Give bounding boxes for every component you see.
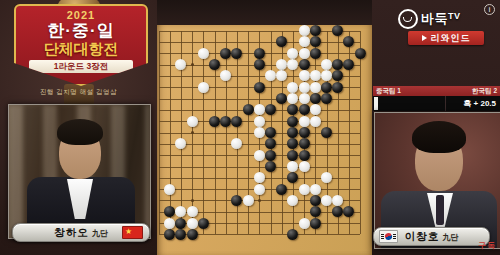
china-flag-icon: ★ (122, 226, 143, 239)
white-stone (164, 184, 175, 195)
korea-flag-icon (379, 230, 398, 243)
black-stone (265, 138, 276, 149)
info-icon[interactable]: i (484, 4, 495, 15)
white-stone (254, 184, 265, 195)
baduktv-logo-icon (398, 9, 418, 29)
black-stone (310, 48, 321, 59)
tournament-banner: 2021 한·중·일 단체대항전 1라운드 3장전 (14, 4, 148, 86)
black-stone (265, 127, 276, 138)
white-stone (310, 116, 321, 127)
black-stone (175, 229, 186, 240)
black-stone (299, 150, 310, 161)
broadcast-frame: 2021 한·중·일 단체대항전 1라운드 3장전 진행 김지명 해설 김영삼 … (0, 0, 500, 255)
player-left-figure (9, 105, 150, 238)
white-stone (287, 93, 298, 104)
white-stone (231, 138, 242, 149)
black-stone (299, 104, 310, 115)
white-stone (254, 127, 265, 138)
black-stone (254, 59, 265, 70)
black-stone (332, 82, 343, 93)
black-stone (355, 48, 366, 59)
grid-line (159, 42, 361, 43)
player-right-rank: 九단 (442, 232, 458, 243)
white-stone (276, 70, 287, 81)
banner-year: 2021 (16, 9, 146, 21)
black-stone (310, 218, 321, 229)
black-stone (164, 206, 175, 217)
black-stone (254, 48, 265, 59)
team-score-row: 중국팀 1 한국팀 2 (373, 86, 500, 96)
player-nameplate-left: 창하오 九단 ★ (12, 223, 150, 242)
black-stone (187, 229, 198, 240)
grid-line (159, 144, 361, 145)
studio-background-strip (157, 0, 372, 25)
white-stone (310, 82, 321, 93)
black-stone (299, 59, 310, 70)
black-stone (332, 59, 343, 70)
black-stone (209, 59, 220, 70)
black-stone (332, 206, 343, 217)
white-stone (187, 206, 198, 217)
white-stone (187, 116, 198, 127)
team-right-score: 2 (493, 87, 497, 94)
black-stone (287, 229, 298, 240)
ai-winrate-bar: 흑 + 20.5 (373, 96, 500, 111)
white-stone (299, 116, 310, 127)
white-stone (299, 70, 310, 81)
black-stone (287, 150, 298, 161)
white-stone (220, 70, 231, 81)
black-stone (343, 36, 354, 47)
white-stone (175, 59, 186, 70)
left-panel: 2021 한·중·일 단체대항전 1라운드 3장전 진행 김지명 해설 김영삼 … (0, 0, 157, 255)
team-right-label: 한국팀 (472, 87, 492, 94)
grid-line (360, 31, 361, 235)
grid-line (159, 167, 361, 168)
white-stone (175, 206, 186, 217)
white-stone (276, 59, 287, 70)
white-stone (243, 195, 254, 206)
white-stone (321, 70, 332, 81)
white-stone (299, 184, 310, 195)
black-stone (231, 116, 242, 127)
white-stone (321, 172, 332, 183)
white-stone (254, 104, 265, 115)
black-stone (287, 116, 298, 127)
white-stone (287, 48, 298, 59)
team-left-score: 1 (397, 87, 401, 94)
black-stone (321, 127, 332, 138)
white-stone (164, 218, 175, 229)
black-stone (265, 150, 276, 161)
black-stone (287, 172, 298, 183)
white-stone (299, 36, 310, 47)
white-stone (310, 70, 321, 81)
black-stone (209, 116, 220, 127)
black-stone (287, 138, 298, 149)
white-stone (332, 195, 343, 206)
white-stone (310, 184, 321, 195)
player-right-name: 이창호 (405, 230, 440, 244)
black-stone (198, 218, 209, 229)
white-stone (310, 104, 321, 115)
black-stone (287, 104, 298, 115)
black-stone (299, 127, 310, 138)
white-stone (265, 70, 276, 81)
black-stone (287, 127, 298, 138)
black-stone (175, 218, 186, 229)
ai-score-label: 흑 + 20.5 (446, 96, 500, 111)
white-stone (287, 82, 298, 93)
white-stone (321, 59, 332, 70)
black-stone (265, 104, 276, 115)
player-left-name: 창하오 (54, 226, 89, 240)
white-stone (287, 195, 298, 206)
broadcaster-suffix: TV (448, 11, 461, 21)
white-stone (299, 218, 310, 229)
black-stone (276, 36, 287, 47)
player-right-hair (412, 121, 466, 153)
broadcaster-name: 바둑 (421, 11, 448, 26)
white-stone (299, 48, 310, 59)
white-share-segment (374, 97, 378, 110)
white-stone (321, 195, 332, 206)
white-stone (187, 218, 198, 229)
banner-title-line2: 단체대항전 (16, 40, 146, 57)
black-stone (276, 93, 287, 104)
baduktv-logo: 바둑TV (398, 9, 461, 29)
winrate-bar-track (373, 96, 446, 111)
black-stone (299, 138, 310, 149)
white-stone (299, 25, 310, 36)
white-stone (287, 59, 298, 70)
rewind-label: 리와인드 (431, 32, 471, 45)
star-point (258, 199, 261, 202)
player-right-tie (436, 195, 444, 225)
white-stone (299, 82, 310, 93)
star-point (191, 131, 194, 134)
black-stone (310, 195, 321, 206)
play-icon (422, 35, 427, 41)
black-stone (231, 48, 242, 59)
rewind-badge: 리와인드 (408, 31, 484, 45)
black-stone (231, 195, 242, 206)
black-stone (321, 93, 332, 104)
star-point (191, 199, 194, 202)
go-board[interactable] (157, 25, 372, 255)
white-stone (254, 172, 265, 183)
black-stone (310, 36, 321, 47)
grid-line (159, 31, 361, 32)
broadcast-credits: 진행 김지명 해설 김영삼 (0, 88, 157, 97)
black-stone (220, 116, 231, 127)
black-stone (254, 82, 265, 93)
white-stone (299, 161, 310, 172)
black-stone (310, 25, 321, 36)
black-stone (276, 184, 287, 195)
white-stone (198, 82, 209, 93)
player-photo-left (8, 104, 151, 239)
white-stone (175, 138, 186, 149)
white-stone (254, 116, 265, 127)
black-stone (220, 48, 231, 59)
black-stone (243, 104, 254, 115)
black-stone (343, 206, 354, 217)
black-stone (164, 229, 175, 240)
score-strip: 중국팀 1 한국팀 2 흑 + 20.5 (373, 86, 500, 111)
white-stone (287, 161, 298, 172)
star-point (191, 63, 194, 66)
banner-round: 1라운드 3장전 (29, 60, 133, 73)
black-stone (332, 25, 343, 36)
black-stone (310, 93, 321, 104)
banner-title-line1: 한·중·일 (16, 21, 146, 40)
player-nameplate-right: 이창호 九단 (373, 227, 490, 246)
corner-watermark: 구독 (478, 240, 496, 251)
black-stone (332, 70, 343, 81)
white-stone (254, 150, 265, 161)
white-stone (198, 48, 209, 59)
team-left-label: 중국팀 (376, 87, 396, 94)
player-left-hair (57, 119, 103, 145)
white-stone (299, 93, 310, 104)
black-stone (343, 59, 354, 70)
black-stone (321, 82, 332, 93)
player-left-rank: 九단 (92, 228, 108, 239)
black-stone (310, 206, 321, 217)
black-stone (265, 161, 276, 172)
